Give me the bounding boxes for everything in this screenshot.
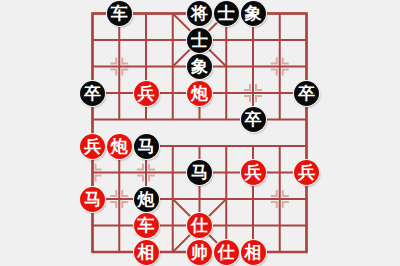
black-elephant[interactable]: 象 <box>241 1 266 26</box>
piece-glyph: 将 <box>191 5 208 22</box>
black-horse[interactable]: 马 <box>187 160 212 185</box>
piece-glyph: 马 <box>138 137 155 154</box>
black-soldier[interactable]: 卒 <box>294 81 319 106</box>
black-advisor[interactable]: 士 <box>187 28 212 53</box>
piece-glyph: 马 <box>84 190 101 207</box>
red-soldier[interactable]: 兵 <box>294 160 319 185</box>
red-cannon[interactable]: 炮 <box>187 81 212 106</box>
piece-glyph: 象 <box>191 58 208 75</box>
piece-glyph: 象 <box>245 5 262 22</box>
piece-glyph: 相 <box>138 243 155 260</box>
piece-glyph: 炮 <box>191 84 208 101</box>
xiangqi-diagram: 车将士象士象卒兵炮卒卒兵炮马马兵兵马炮车仕相帅仕相 <box>0 0 400 266</box>
red-elephant[interactable]: 相 <box>134 240 159 265</box>
black-advisor[interactable]: 士 <box>214 1 239 26</box>
black-cannon[interactable]: 炮 <box>134 187 159 212</box>
black-horse[interactable]: 马 <box>134 134 159 159</box>
piece-glyph: 炮 <box>111 137 128 154</box>
red-cannon[interactable]: 炮 <box>107 134 132 159</box>
piece-glyph: 士 <box>218 5 235 22</box>
piece-glyph: 仕 <box>191 217 208 234</box>
piece-glyph: 仕 <box>218 243 235 260</box>
piece-glyph: 兵 <box>138 84 155 101</box>
piece-glyph: 相 <box>245 243 262 260</box>
piece-glyph: 士 <box>191 31 208 48</box>
piece-glyph: 卒 <box>298 84 315 101</box>
xiangqi-pieces-layer: 车将士象士象卒兵炮卒卒兵炮马马兵兵马炮车仕相帅仕相 <box>79 0 320 265</box>
red-advisor[interactable]: 仕 <box>214 240 239 265</box>
black-elephant[interactable]: 象 <box>187 54 212 79</box>
piece-glyph: 帅 <box>191 243 208 260</box>
red-advisor[interactable]: 仕 <box>187 213 212 238</box>
black-soldier[interactable]: 卒 <box>80 81 105 106</box>
piece-glyph: 车 <box>111 5 128 22</box>
piece-glyph: 卒 <box>84 84 101 101</box>
red-general[interactable]: 帅 <box>187 240 212 265</box>
black-chariot[interactable]: 车 <box>107 1 132 26</box>
piece-glyph: 卒 <box>245 111 262 128</box>
piece-glyph: 马 <box>191 164 208 181</box>
piece-glyph: 车 <box>138 217 155 234</box>
red-chariot[interactable]: 车 <box>134 213 159 238</box>
red-horse[interactable]: 马 <box>80 187 105 212</box>
red-soldier[interactable]: 兵 <box>241 160 266 185</box>
red-elephant[interactable]: 相 <box>241 240 266 265</box>
red-soldier[interactable]: 兵 <box>80 134 105 159</box>
piece-glyph: 兵 <box>298 164 315 181</box>
piece-glyph: 炮 <box>138 190 155 207</box>
black-general[interactable]: 将 <box>187 1 212 26</box>
piece-glyph: 兵 <box>84 137 101 154</box>
piece-glyph: 兵 <box>245 164 262 181</box>
red-soldier[interactable]: 兵 <box>134 81 159 106</box>
black-soldier[interactable]: 卒 <box>241 107 266 132</box>
